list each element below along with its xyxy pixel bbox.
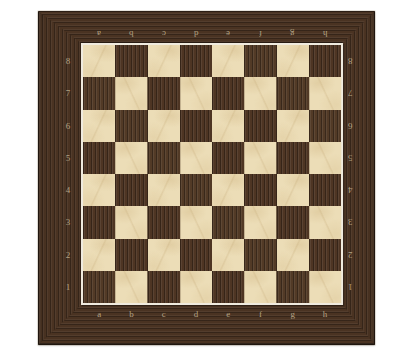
square-f3: [244, 206, 276, 238]
square-b1: [115, 271, 147, 303]
file-labels-bottom: abcdefgh: [83, 307, 341, 321]
rank-labels-left: 87654321: [60, 45, 76, 303]
rank-label-7: 7: [342, 77, 358, 109]
file-label-c: c: [148, 307, 180, 321]
file-label-a: a: [83, 307, 115, 321]
square-e3: [212, 206, 244, 238]
square-b6: [115, 110, 147, 142]
file-label-b: b: [115, 27, 147, 41]
square-e4: [212, 174, 244, 206]
square-c7: [148, 77, 180, 109]
square-g8: [277, 45, 309, 77]
square-b5: [115, 142, 147, 174]
file-label-f: f: [244, 27, 276, 41]
square-g5: [277, 142, 309, 174]
rank-label-1: 1: [60, 271, 76, 303]
file-label-f: f: [244, 307, 276, 321]
square-d3: [180, 206, 212, 238]
file-label-a: a: [83, 27, 115, 41]
square-a3: [83, 206, 115, 238]
rank-label-1: 1: [342, 271, 358, 303]
file-label-g: g: [277, 27, 309, 41]
rank-label-6: 6: [60, 110, 76, 142]
chessboard: abcdefgh abcdefgh 87654321 87654321: [38, 11, 375, 345]
square-d6: [180, 110, 212, 142]
square-h2: [309, 239, 341, 271]
rank-label-2: 2: [342, 239, 358, 271]
square-e1: [212, 271, 244, 303]
file-label-e: e: [212, 307, 244, 321]
rank-label-6: 6: [342, 110, 358, 142]
square-a7: [83, 77, 115, 109]
file-label-b: b: [115, 307, 147, 321]
square-c8: [148, 45, 180, 77]
square-d1: [180, 271, 212, 303]
square-h8: [309, 45, 341, 77]
file-label-d: d: [180, 307, 212, 321]
playing-field: [81, 43, 343, 305]
square-h1: [309, 271, 341, 303]
square-d5: [180, 142, 212, 174]
square-h3: [309, 206, 341, 238]
square-g7: [277, 77, 309, 109]
square-e7: [212, 77, 244, 109]
file-label-h: h: [309, 307, 341, 321]
rank-label-4: 4: [60, 174, 76, 206]
square-b2: [115, 239, 147, 271]
rank-label-3: 3: [342, 206, 358, 238]
square-b4: [115, 174, 147, 206]
square-c1: [148, 271, 180, 303]
rank-label-8: 8: [60, 45, 76, 77]
square-h4: [309, 174, 341, 206]
square-d4: [180, 174, 212, 206]
square-g2: [277, 239, 309, 271]
square-a2: [83, 239, 115, 271]
square-h7: [309, 77, 341, 109]
square-g6: [277, 110, 309, 142]
square-c5: [148, 142, 180, 174]
square-b7: [115, 77, 147, 109]
square-e8: [212, 45, 244, 77]
square-g4: [277, 174, 309, 206]
square-f4: [244, 174, 276, 206]
square-c3: [148, 206, 180, 238]
square-e2: [212, 239, 244, 271]
square-h6: [309, 110, 341, 142]
square-e6: [212, 110, 244, 142]
square-a5: [83, 142, 115, 174]
file-label-c: c: [148, 27, 180, 41]
rank-label-5: 5: [60, 142, 76, 174]
square-f5: [244, 142, 276, 174]
rank-label-3: 3: [60, 206, 76, 238]
square-g1: [277, 271, 309, 303]
square-b8: [115, 45, 147, 77]
square-d7: [180, 77, 212, 109]
square-c6: [148, 110, 180, 142]
square-f8: [244, 45, 276, 77]
rank-label-7: 7: [60, 77, 76, 109]
rank-labels-right: 87654321: [342, 45, 358, 303]
square-e5: [212, 142, 244, 174]
file-label-e: e: [212, 27, 244, 41]
square-a8: [83, 45, 115, 77]
rank-label-5: 5: [342, 142, 358, 174]
photo-background: abcdefgh abcdefgh 87654321 87654321: [0, 0, 420, 355]
rank-label-8: 8: [342, 45, 358, 77]
square-f2: [244, 239, 276, 271]
file-label-d: d: [180, 27, 212, 41]
square-f1: [244, 271, 276, 303]
square-b3: [115, 206, 147, 238]
square-h5: [309, 142, 341, 174]
file-labels-top: abcdefgh: [83, 27, 341, 41]
square-d8: [180, 45, 212, 77]
square-a4: [83, 174, 115, 206]
square-f7: [244, 77, 276, 109]
square-a1: [83, 271, 115, 303]
square-a6: [83, 110, 115, 142]
file-label-g: g: [277, 307, 309, 321]
square-c2: [148, 239, 180, 271]
square-g3: [277, 206, 309, 238]
rank-label-4: 4: [342, 174, 358, 206]
rank-label-2: 2: [60, 239, 76, 271]
square-c4: [148, 174, 180, 206]
file-label-h: h: [309, 27, 341, 41]
square-f6: [244, 110, 276, 142]
square-d2: [180, 239, 212, 271]
